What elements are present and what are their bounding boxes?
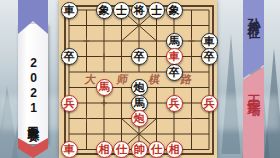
piece-red-兵[interactable]: 兵 bbox=[166, 95, 183, 112]
piece-black-士[interactable]: 士 bbox=[148, 2, 165, 19]
piece-red-仕[interactable]: 仕 bbox=[148, 141, 165, 158]
piece-red-相[interactable]: 相 bbox=[96, 141, 113, 158]
piece-red-帥[interactable]: 帥 bbox=[131, 141, 148, 158]
tree-silhouette bbox=[216, 34, 246, 154]
piece-red-兵[interactable]: 兵 bbox=[61, 95, 78, 112]
event-title-text: 2021象甲联赛 bbox=[25, 56, 42, 120]
piece-black-象[interactable]: 象 bbox=[96, 2, 113, 19]
piece-red-仕[interactable]: 仕 bbox=[113, 141, 130, 158]
piece-red-馬[interactable]: 馬 bbox=[96, 79, 113, 96]
piece-red-炮[interactable]: 炮 bbox=[131, 110, 148, 127]
piece-red-車[interactable]: 車 bbox=[61, 141, 78, 158]
piece-black-馬[interactable]: 馬 bbox=[131, 95, 148, 112]
piece-black-車[interactable]: 車 bbox=[61, 2, 78, 19]
player-name-black: 孙勇征 bbox=[243, 8, 264, 72]
piece-red-相[interactable]: 相 bbox=[166, 141, 183, 158]
video-thumbnail: 大师棋路 車象士将士象馬車卒卒車卒卒馬炮兵馬兵兵炮車相仕帥仕相 2021象甲联赛… bbox=[0, 0, 280, 158]
piece-black-卒[interactable]: 卒 bbox=[61, 48, 78, 65]
piece-black-馬[interactable]: 馬 bbox=[166, 33, 183, 50]
piece-black-車[interactable]: 車 bbox=[201, 33, 218, 50]
piece-red-兵[interactable]: 兵 bbox=[201, 95, 218, 112]
piece-black-卒[interactable]: 卒 bbox=[166, 64, 183, 81]
xiangqi-board[interactable]: 大师棋路 車象士将士象馬車卒卒車卒卒馬炮兵馬兵兵炮車相仕帥仕相 bbox=[59, 0, 217, 158]
piece-black-将[interactable]: 将 bbox=[131, 2, 148, 19]
player-name-red: 王家瑞 bbox=[243, 84, 264, 146]
piece-black-卒[interactable]: 卒 bbox=[201, 48, 218, 65]
event-title: 2021象甲联赛 bbox=[18, 34, 48, 142]
piece-black-象[interactable]: 象 bbox=[166, 2, 183, 19]
piece-black-卒[interactable]: 卒 bbox=[131, 48, 148, 65]
piece-black-炮[interactable]: 炮 bbox=[131, 79, 148, 96]
piece-black-士[interactable]: 士 bbox=[113, 2, 130, 19]
piece-red-車[interactable]: 車 bbox=[166, 48, 183, 65]
